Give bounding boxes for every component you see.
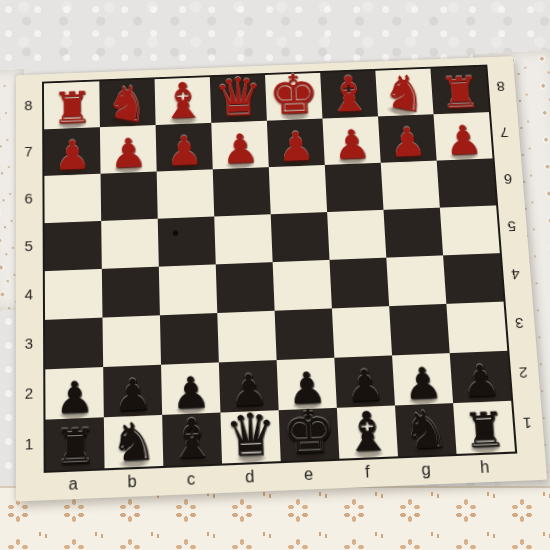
piece-black-pawn-b2: ♟ xyxy=(113,376,152,416)
rank-label-right-4: 4 xyxy=(502,250,530,299)
piece-red-pawn-c7: ♟ xyxy=(165,133,203,170)
square-g7: ♟ xyxy=(378,114,437,163)
piece-red-knight-b8: ♞ xyxy=(101,79,153,129)
rank-label-left-8: 8 xyxy=(17,82,40,129)
piece-red-pawn-h7: ♟ xyxy=(444,122,483,159)
piece-black-queen-d1: ♛ xyxy=(224,408,277,462)
square-h8: ♜ xyxy=(430,66,489,114)
square-d3 xyxy=(217,311,276,363)
square-f5 xyxy=(327,210,386,260)
rank-label-left-6: 6 xyxy=(17,174,41,222)
piece-red-queen-d8: ♛ xyxy=(213,73,263,122)
board-grid: ♜♞♝♛♚♝♞♜♟♟♟♟♟♟♟♟♟♟♟♟♟♟♟♟♜♞♝♛♚♝♞♜ xyxy=(44,66,515,470)
rank-label-left-2: 2 xyxy=(17,368,42,419)
square-g4 xyxy=(386,255,446,306)
rank-label-left-5: 5 xyxy=(17,221,41,270)
piece-red-pawn-g7: ♟ xyxy=(388,124,427,161)
rank-label-left-4: 4 xyxy=(17,269,41,319)
piece-black-pawn-h2: ♟ xyxy=(460,362,501,402)
square-d8: ♛ xyxy=(210,75,267,123)
square-d7: ♟ xyxy=(211,121,269,170)
rank-label-right-3: 3 xyxy=(505,299,533,349)
square-c7: ♟ xyxy=(156,123,213,172)
square-a4 xyxy=(45,269,103,320)
piece-red-rook-a8: ♜ xyxy=(52,88,93,128)
square-g2: ♟ xyxy=(392,353,453,405)
square-e7: ♟ xyxy=(267,119,325,168)
piece-black-bishop-f1: ♝ xyxy=(342,407,392,458)
piece-red-pawn-e7: ♟ xyxy=(277,129,316,166)
photo-canvas: 87654321 87654321 ♜♞♝♛♚♝♞♜♟♟♟♟♟♟♟♟♟♟♟♟♟♟… xyxy=(0,0,550,550)
piece-black-knight-g1: ♞ xyxy=(401,406,450,455)
piece-black-king-e1: ♚ xyxy=(281,404,337,460)
square-h4 xyxy=(443,253,503,304)
square-a3 xyxy=(45,318,103,370)
square-a6 xyxy=(44,174,101,223)
square-f3 xyxy=(332,306,392,358)
square-d4 xyxy=(216,262,275,313)
square-g3 xyxy=(389,304,450,356)
square-g5 xyxy=(383,208,443,258)
square-a1: ♜ xyxy=(45,417,104,470)
square-b4 xyxy=(102,267,160,318)
square-e1: ♚ xyxy=(279,408,340,461)
rank-label-right-6: 6 xyxy=(494,156,521,204)
square-d1: ♛ xyxy=(220,410,280,463)
square-c3 xyxy=(160,313,219,365)
square-d6 xyxy=(213,167,271,216)
square-b6 xyxy=(101,172,158,221)
rank-label-left-7: 7 xyxy=(17,128,41,175)
piece-red-pawn-d7: ♟ xyxy=(221,131,259,168)
square-a5 xyxy=(45,221,102,271)
square-c5 xyxy=(158,216,216,266)
piece-red-rook-h8: ♜ xyxy=(438,73,481,113)
square-e3 xyxy=(275,308,335,360)
square-h1: ♜ xyxy=(453,401,515,454)
square-f8: ♝ xyxy=(320,71,378,119)
rank-label-left-1: 1 xyxy=(17,418,42,470)
rank-label-left-3: 3 xyxy=(17,318,41,368)
piece-red-bishop-f8: ♝ xyxy=(325,72,373,117)
piece-red-pawn-a7: ♟ xyxy=(54,137,91,174)
square-g8: ♞ xyxy=(375,69,433,117)
rank-label-right-2: 2 xyxy=(509,348,537,399)
square-b8: ♞ xyxy=(99,79,155,127)
square-h7: ♟ xyxy=(434,112,493,160)
square-b1: ♞ xyxy=(104,415,163,468)
piece-black-knight-b1: ♞ xyxy=(110,418,157,467)
piece-black-rook-a1: ♜ xyxy=(54,424,97,469)
square-h2: ♟ xyxy=(450,351,511,403)
square-c1: ♝ xyxy=(162,413,222,466)
square-b2: ♟ xyxy=(103,365,162,418)
rank-labels-left: 87654321 xyxy=(17,82,42,470)
square-e6 xyxy=(269,165,327,214)
piece-red-pawn-f7: ♟ xyxy=(332,126,371,163)
rank-label-right-8: 8 xyxy=(487,64,514,110)
piece-red-pawn-b7: ♟ xyxy=(110,135,148,172)
square-b7: ♟ xyxy=(100,125,157,174)
square-f4 xyxy=(329,258,389,309)
square-c4 xyxy=(159,264,217,315)
piece-black-pawn-a2: ♟ xyxy=(55,378,94,418)
piece-red-knight-g8: ♞ xyxy=(379,69,430,119)
square-b5 xyxy=(101,219,159,269)
square-e4 xyxy=(273,260,332,311)
rank-label-right-7: 7 xyxy=(491,109,518,156)
square-b3 xyxy=(102,315,161,367)
piece-black-bishop-c1: ♝ xyxy=(167,414,216,465)
piece-black-rook-h1: ♜ xyxy=(462,408,507,453)
square-e5 xyxy=(271,212,330,262)
square-c6 xyxy=(157,169,215,218)
square-f1: ♝ xyxy=(337,405,398,458)
piece-red-bishop-c8: ♝ xyxy=(160,78,207,123)
square-f7: ♟ xyxy=(322,116,380,165)
square-e8: ♚ xyxy=(265,73,322,121)
board-grid-frame: ♜♞♝♛♚♝♞♜♟♟♟♟♟♟♟♟♟♟♟♟♟♟♟♟♜♞♝♛♚♝♞♜ xyxy=(42,65,517,473)
square-c8: ♝ xyxy=(155,77,212,125)
square-g1: ♞ xyxy=(395,403,457,456)
square-g6 xyxy=(381,161,440,210)
square-a8: ♜ xyxy=(44,81,100,129)
square-d5 xyxy=(214,214,272,264)
rank-label-right-1: 1 xyxy=(513,398,542,450)
square-h5 xyxy=(440,205,500,255)
square-a7: ♟ xyxy=(44,127,100,176)
square-h3 xyxy=(446,302,507,354)
rank-label-right-5: 5 xyxy=(498,202,526,251)
piece-red-king-e8: ♚ xyxy=(267,69,320,120)
square-f6 xyxy=(325,163,384,212)
piece-black-pawn-g2: ♟ xyxy=(402,364,443,404)
chess-board: 87654321 87654321 ♜♞♝♛♚♝♞♜♟♟♟♟♟♟♟♟♟♟♟♟♟♟… xyxy=(16,56,547,501)
board-smudge xyxy=(172,230,179,237)
square-h6 xyxy=(437,158,496,207)
square-a2: ♟ xyxy=(45,367,104,420)
